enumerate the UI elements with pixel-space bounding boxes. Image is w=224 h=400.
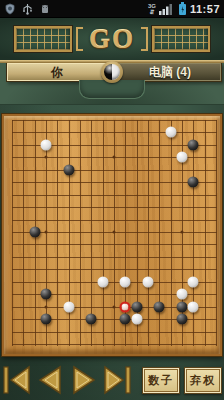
black-stone xyxy=(188,177,199,188)
status-bar: 3G⇵ 11:57 xyxy=(0,0,224,18)
white-stone xyxy=(176,152,187,163)
star-point xyxy=(112,231,115,234)
white-stone xyxy=(120,276,131,287)
white-stone xyxy=(142,276,153,287)
black-stone xyxy=(131,301,142,312)
left-lattice-ornament xyxy=(14,26,72,52)
white-stone xyxy=(176,289,187,300)
go-app-screen: 3G⇵ 11:57 GO 你 电脑 (4) xyxy=(0,0,224,400)
count-score-button[interactable]: 数子 xyxy=(142,367,180,394)
shield-icon xyxy=(4,3,16,15)
turn-indicator-holder xyxy=(101,61,123,83)
battery-icon xyxy=(178,2,187,16)
white-stone-last-move xyxy=(120,301,131,312)
white-stone xyxy=(188,301,199,312)
star-point xyxy=(44,305,47,308)
skip-to-end-button[interactable] xyxy=(101,363,132,397)
command-buttons: 数子 弃权 xyxy=(142,367,222,394)
bottom-toolbar: 数子 弃权 xyxy=(0,360,224,400)
right-lattice-ornament xyxy=(152,26,210,52)
star-point xyxy=(44,156,47,159)
left-bracket-ornament xyxy=(76,27,83,51)
app-title: GO xyxy=(87,26,137,53)
white-stone xyxy=(40,139,51,150)
white-stone xyxy=(165,127,176,138)
step-forward-button[interactable] xyxy=(68,363,99,397)
right-bracket-ornament xyxy=(141,27,148,51)
black-stone xyxy=(188,139,199,150)
black-stone xyxy=(176,314,187,325)
star-point xyxy=(112,156,115,159)
black-stone xyxy=(176,301,187,312)
black-stone xyxy=(154,301,165,312)
star-point xyxy=(112,305,115,308)
black-stone xyxy=(86,314,97,325)
white-stone xyxy=(131,314,142,325)
white-stone xyxy=(63,301,74,312)
go-board[interactable] xyxy=(2,114,222,356)
pass-button[interactable]: 弃权 xyxy=(184,367,222,394)
network-type-label: 3G⇵ xyxy=(148,3,156,15)
player-bar: 你 电脑 (4) xyxy=(0,60,224,105)
star-point xyxy=(44,231,47,234)
turn-indicator-ball xyxy=(104,64,120,80)
black-stone xyxy=(63,164,74,175)
usb-icon xyxy=(22,3,33,15)
player-computer-label: 电脑 (4) xyxy=(149,64,191,81)
black-stone xyxy=(29,227,40,238)
board-area xyxy=(0,104,224,360)
star-point xyxy=(180,231,183,234)
white-stone xyxy=(97,276,108,287)
black-stone xyxy=(120,314,131,325)
player-you-label: 你 xyxy=(51,64,63,81)
skip-to-start-button[interactable] xyxy=(2,363,33,397)
step-back-button[interactable] xyxy=(35,363,66,397)
signal-bars-icon xyxy=(159,2,175,15)
clock: 11:57 xyxy=(190,3,220,15)
android-icon xyxy=(39,3,51,15)
black-stone xyxy=(40,289,51,300)
black-stone xyxy=(40,314,51,325)
title-banner: GO xyxy=(0,18,224,61)
white-stone xyxy=(188,276,199,287)
